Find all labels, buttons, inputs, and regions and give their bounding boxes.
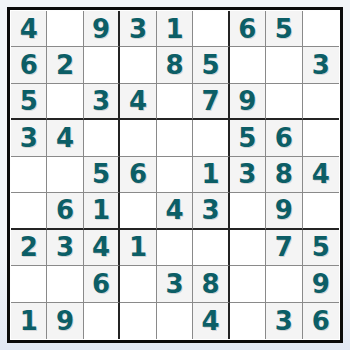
sudoku-cell-r4c7-given: 5 bbox=[230, 120, 266, 156]
sudoku-cell-r5c7-given: 3 bbox=[230, 157, 266, 193]
sudoku-cell-r1c9-empty[interactable] bbox=[303, 11, 339, 47]
sudoku-cell-r4c8-given: 6 bbox=[266, 120, 302, 156]
sudoku-cell-r5c3-given: 5 bbox=[84, 157, 120, 193]
sudoku-cell-r7c8-given: 7 bbox=[266, 230, 302, 266]
sudoku-cell-r4c3-empty[interactable] bbox=[84, 120, 120, 156]
sudoku-cell-r7c6-empty[interactable] bbox=[193, 230, 229, 266]
sudoku-cell-r6c4-empty[interactable] bbox=[120, 193, 156, 229]
sudoku-cell-r1c8-given: 5 bbox=[266, 11, 302, 47]
sudoku-cell-r7c4-given: 1 bbox=[120, 230, 156, 266]
sudoku-cell-r1c2-empty[interactable] bbox=[47, 11, 83, 47]
sudoku-cell-r3c2-empty[interactable] bbox=[47, 84, 83, 120]
sudoku-cell-r4c5-empty[interactable] bbox=[157, 120, 193, 156]
sudoku-cell-r7c7-empty[interactable] bbox=[230, 230, 266, 266]
sudoku-cell-r3c5-empty[interactable] bbox=[157, 84, 193, 120]
sudoku-cell-r6c3-given: 1 bbox=[84, 193, 120, 229]
sudoku-cell-r1c5-given: 1 bbox=[157, 11, 193, 47]
sudoku-cell-r2c3-empty[interactable] bbox=[84, 47, 120, 83]
sudoku-cell-r9c2-given: 9 bbox=[47, 303, 83, 339]
sudoku-cell-r4c1-given: 3 bbox=[11, 120, 47, 156]
sudoku-cell-r6c7-empty[interactable] bbox=[230, 193, 266, 229]
sudoku-cell-r9c4-empty[interactable] bbox=[120, 303, 156, 339]
sudoku-cell-r2c7-empty[interactable] bbox=[230, 47, 266, 83]
sudoku-cell-r1c1-given: 4 bbox=[11, 11, 47, 47]
sudoku-cell-r8c3-given: 6 bbox=[84, 266, 120, 302]
sudoku-cell-r2c6-given: 5 bbox=[193, 47, 229, 83]
sudoku-cell-r8c7-empty[interactable] bbox=[230, 266, 266, 302]
sudoku-cell-r2c1-given: 6 bbox=[11, 47, 47, 83]
sudoku-cell-r3c7-given: 9 bbox=[230, 84, 266, 120]
sudoku-cell-r3c4-given: 4 bbox=[120, 84, 156, 120]
sudoku-cell-r3c1-given: 5 bbox=[11, 84, 47, 120]
sudoku-cell-r5c9-given: 4 bbox=[303, 157, 339, 193]
sudoku-cell-r4c6-empty[interactable] bbox=[193, 120, 229, 156]
sudoku-cell-r2c8-empty[interactable] bbox=[266, 47, 302, 83]
sudoku-cell-r7c9-given: 5 bbox=[303, 230, 339, 266]
sudoku-cell-r2c5-given: 8 bbox=[157, 47, 193, 83]
sudoku-cell-r5c6-given: 1 bbox=[193, 157, 229, 193]
sudoku-cell-r3c6-given: 7 bbox=[193, 84, 229, 120]
sudoku-cell-r9c5-empty[interactable] bbox=[157, 303, 193, 339]
sudoku-cell-r6c8-given: 9 bbox=[266, 193, 302, 229]
sudoku-cell-r5c5-empty[interactable] bbox=[157, 157, 193, 193]
page-background: 4931656285353479345656138461439234175638… bbox=[0, 0, 350, 350]
sudoku-cell-r9c7-empty[interactable] bbox=[230, 303, 266, 339]
sudoku-cell-r4c2-given: 4 bbox=[47, 120, 83, 156]
sudoku-cell-r8c6-given: 8 bbox=[193, 266, 229, 302]
sudoku-cell-r2c4-empty[interactable] bbox=[120, 47, 156, 83]
sudoku-cell-r5c4-given: 6 bbox=[120, 157, 156, 193]
sudoku-cell-r9c3-empty[interactable] bbox=[84, 303, 120, 339]
sudoku-cell-r6c2-given: 6 bbox=[47, 193, 83, 229]
sudoku-cell-r9c9-given: 6 bbox=[303, 303, 339, 339]
sudoku-cell-r8c2-empty[interactable] bbox=[47, 266, 83, 302]
sudoku-cell-r6c6-given: 3 bbox=[193, 193, 229, 229]
sudoku-cell-r7c2-given: 3 bbox=[47, 230, 83, 266]
sudoku-cell-r5c2-empty[interactable] bbox=[47, 157, 83, 193]
sudoku-cell-r5c1-empty[interactable] bbox=[11, 157, 47, 193]
sudoku-cell-r9c1-given: 1 bbox=[11, 303, 47, 339]
sudoku-cell-r6c1-empty[interactable] bbox=[11, 193, 47, 229]
sudoku-cell-r7c3-given: 4 bbox=[84, 230, 120, 266]
sudoku-cell-r9c8-given: 3 bbox=[266, 303, 302, 339]
sudoku-cell-r7c1-given: 2 bbox=[11, 230, 47, 266]
sudoku-cell-r8c9-given: 9 bbox=[303, 266, 339, 302]
sudoku-cell-r3c3-given: 3 bbox=[84, 84, 120, 120]
sudoku-cell-r6c9-empty[interactable] bbox=[303, 193, 339, 229]
sudoku-cell-r5c8-given: 8 bbox=[266, 157, 302, 193]
sudoku-cell-r1c4-given: 3 bbox=[120, 11, 156, 47]
sudoku-cell-r1c7-given: 6 bbox=[230, 11, 266, 47]
sudoku-cell-r9c6-given: 4 bbox=[193, 303, 229, 339]
sudoku-cell-r1c6-empty[interactable] bbox=[193, 11, 229, 47]
sudoku-cell-r2c9-given: 3 bbox=[303, 47, 339, 83]
sudoku-cell-r8c8-empty[interactable] bbox=[266, 266, 302, 302]
sudoku-cell-r4c9-empty[interactable] bbox=[303, 120, 339, 156]
sudoku-grid: 4931656285353479345656138461439234175638… bbox=[11, 11, 339, 339]
sudoku-cell-r4c4-empty[interactable] bbox=[120, 120, 156, 156]
sudoku-cell-r8c1-empty[interactable] bbox=[11, 266, 47, 302]
sudoku-cell-r7c5-empty[interactable] bbox=[157, 230, 193, 266]
sudoku-cell-r6c5-given: 4 bbox=[157, 193, 193, 229]
sudoku-cell-r2c2-given: 2 bbox=[47, 47, 83, 83]
sudoku-board: 4931656285353479345656138461439234175638… bbox=[7, 7, 343, 343]
sudoku-cell-r3c9-empty[interactable] bbox=[303, 84, 339, 120]
sudoku-cell-r8c4-empty[interactable] bbox=[120, 266, 156, 302]
sudoku-cell-r1c3-given: 9 bbox=[84, 11, 120, 47]
sudoku-cell-r3c8-empty[interactable] bbox=[266, 84, 302, 120]
sudoku-cell-r8c5-given: 3 bbox=[157, 266, 193, 302]
